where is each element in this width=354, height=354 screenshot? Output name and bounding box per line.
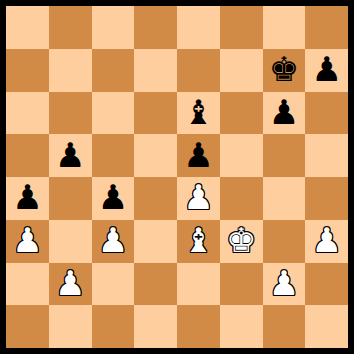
square-e3[interactable]: ♝ (177, 220, 220, 263)
square-f3[interactable]: ♚ (220, 220, 263, 263)
black-pawn-piece[interactable]: ♟ (269, 92, 299, 133)
square-e2[interactable] (177, 263, 220, 306)
square-c2[interactable] (92, 263, 135, 306)
square-f7[interactable] (220, 49, 263, 92)
square-d1[interactable] (134, 305, 177, 348)
chess-board: ♚♟♝♟♟♟♟♟♟♟♟♝♚♟♟♟ (6, 6, 348, 348)
square-f4[interactable] (220, 177, 263, 220)
white-pawn-piece[interactable]: ♟ (269, 263, 299, 304)
square-a4[interactable]: ♟ (6, 177, 49, 220)
white-bishop-piece[interactable]: ♝ (183, 220, 213, 261)
square-a2[interactable] (6, 263, 49, 306)
square-h8[interactable] (305, 6, 348, 49)
square-b6[interactable] (49, 92, 92, 135)
white-pawn-piece[interactable]: ♟ (55, 263, 85, 304)
square-d3[interactable] (134, 220, 177, 263)
square-b1[interactable] (49, 305, 92, 348)
black-pawn-piece[interactable]: ♟ (12, 177, 42, 218)
black-bishop-piece[interactable]: ♝ (183, 92, 213, 133)
square-b4[interactable] (49, 177, 92, 220)
square-c5[interactable] (92, 134, 135, 177)
square-h7[interactable]: ♟ (305, 49, 348, 92)
black-pawn-piece[interactable]: ♟ (183, 134, 213, 175)
square-e1[interactable] (177, 305, 220, 348)
black-king-piece[interactable]: ♚ (269, 49, 299, 90)
square-g8[interactable] (263, 6, 306, 49)
square-c7[interactable] (92, 49, 135, 92)
square-f8[interactable] (220, 6, 263, 49)
square-g5[interactable] (263, 134, 306, 177)
square-h2[interactable] (305, 263, 348, 306)
square-g7[interactable]: ♚ (263, 49, 306, 92)
square-h1[interactable] (305, 305, 348, 348)
square-b2[interactable]: ♟ (49, 263, 92, 306)
square-e8[interactable] (177, 6, 220, 49)
square-b8[interactable] (49, 6, 92, 49)
square-a7[interactable] (6, 49, 49, 92)
square-g3[interactable] (263, 220, 306, 263)
square-g2[interactable]: ♟ (263, 263, 306, 306)
square-d4[interactable] (134, 177, 177, 220)
square-h4[interactable] (305, 177, 348, 220)
square-a3[interactable]: ♟ (6, 220, 49, 263)
square-d2[interactable] (134, 263, 177, 306)
white-pawn-piece[interactable]: ♟ (98, 220, 128, 261)
square-f6[interactable] (220, 92, 263, 135)
square-e6[interactable]: ♝ (177, 92, 220, 135)
square-a6[interactable] (6, 92, 49, 135)
square-b3[interactable] (49, 220, 92, 263)
square-e4[interactable]: ♟ (177, 177, 220, 220)
square-e7[interactable] (177, 49, 220, 92)
board-frame: ♚♟♝♟♟♟♟♟♟♟♟♝♚♟♟♟ (0, 0, 354, 354)
black-pawn-piece[interactable]: ♟ (98, 177, 128, 218)
square-b7[interactable] (49, 49, 92, 92)
square-c4[interactable]: ♟ (92, 177, 135, 220)
white-pawn-piece[interactable]: ♟ (311, 220, 341, 261)
square-d6[interactable] (134, 92, 177, 135)
white-pawn-piece[interactable]: ♟ (12, 220, 42, 261)
square-c8[interactable] (92, 6, 135, 49)
black-pawn-piece[interactable]: ♟ (311, 49, 341, 90)
square-f2[interactable] (220, 263, 263, 306)
square-g1[interactable] (263, 305, 306, 348)
square-c3[interactable]: ♟ (92, 220, 135, 263)
black-pawn-piece[interactable]: ♟ (55, 134, 85, 175)
square-f5[interactable] (220, 134, 263, 177)
white-pawn-piece[interactable]: ♟ (183, 177, 213, 218)
square-d5[interactable] (134, 134, 177, 177)
square-g4[interactable] (263, 177, 306, 220)
white-king-piece[interactable]: ♚ (226, 220, 256, 261)
square-c1[interactable] (92, 305, 135, 348)
square-h5[interactable] (305, 134, 348, 177)
square-h3[interactable]: ♟ (305, 220, 348, 263)
square-g6[interactable]: ♟ (263, 92, 306, 135)
square-a1[interactable] (6, 305, 49, 348)
square-a5[interactable] (6, 134, 49, 177)
square-a8[interactable] (6, 6, 49, 49)
square-d7[interactable] (134, 49, 177, 92)
square-b5[interactable]: ♟ (49, 134, 92, 177)
square-d8[interactable] (134, 6, 177, 49)
square-e5[interactable]: ♟ (177, 134, 220, 177)
square-h6[interactable] (305, 92, 348, 135)
square-f1[interactable] (220, 305, 263, 348)
square-c6[interactable] (92, 92, 135, 135)
